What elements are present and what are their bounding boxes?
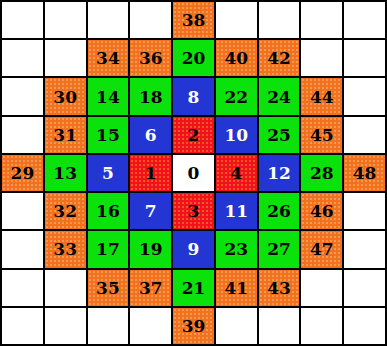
cell-r4c2-num-31: 31 xyxy=(45,117,86,153)
cell-r7c7-num-27: 27 xyxy=(259,231,300,267)
cell-r1c3-empty xyxy=(88,2,129,38)
cell-r6c9-empty xyxy=(344,193,385,229)
cell-r4c7-num-25: 25 xyxy=(259,117,300,153)
cell-r7c5-num-9: 9 xyxy=(173,231,214,267)
cell-r5c8-num-28: 28 xyxy=(301,155,342,191)
cell-r7c2-num-33: 33 xyxy=(45,231,86,267)
cell-r3c1-empty xyxy=(2,78,43,114)
cell-r8c9-empty xyxy=(344,270,385,306)
cell-r4c3-num-15: 15 xyxy=(88,117,129,153)
cell-r1c7-empty xyxy=(259,2,300,38)
cell-r5c4-num-1: 1 xyxy=(130,155,171,191)
cell-r5c3-num-5: 5 xyxy=(88,155,129,191)
cell-r1c6-empty xyxy=(216,2,257,38)
cell-r9c6-empty xyxy=(216,308,257,344)
cell-r3c6-num-22: 22 xyxy=(216,78,257,114)
cell-r5c1-num-29: 29 xyxy=(2,155,43,191)
cell-r7c1-empty xyxy=(2,231,43,267)
cell-r5c9-num-48: 48 xyxy=(344,155,385,191)
cell-r6c3-num-16: 16 xyxy=(88,193,129,229)
cell-r6c2-num-32: 32 xyxy=(45,193,86,229)
cell-r7c9-empty xyxy=(344,231,385,267)
cell-r2c9-empty xyxy=(344,40,385,76)
cell-r3c8-num-44: 44 xyxy=(301,78,342,114)
cell-r9c8-empty xyxy=(301,308,342,344)
cell-r9c9-empty xyxy=(344,308,385,344)
cell-r2c7-num-42: 42 xyxy=(259,40,300,76)
cell-r1c8-empty xyxy=(301,2,342,38)
cell-r2c2-empty xyxy=(45,40,86,76)
cell-r9c1-empty xyxy=(2,308,43,344)
cell-r8c4-num-37: 37 xyxy=(130,270,171,306)
cell-r9c5-num-39: 39 xyxy=(173,308,214,344)
cell-r8c2-empty xyxy=(45,270,86,306)
cell-r2c8-empty xyxy=(301,40,342,76)
cell-r6c7-num-26: 26 xyxy=(259,193,300,229)
cell-r9c4-empty xyxy=(130,308,171,344)
cell-r1c2-empty xyxy=(45,2,86,38)
cell-r8c7-num-43: 43 xyxy=(259,270,300,306)
cell-r4c8-num-45: 45 xyxy=(301,117,342,153)
cell-r3c4-num-18: 18 xyxy=(130,78,171,114)
cell-r2c6-num-40: 40 xyxy=(216,40,257,76)
cell-r7c4-num-19: 19 xyxy=(130,231,171,267)
cell-r5c2-num-13: 13 xyxy=(45,155,86,191)
cell-r7c8-num-47: 47 xyxy=(301,231,342,267)
cell-r8c1-empty xyxy=(2,270,43,306)
cell-r8c6-num-41: 41 xyxy=(216,270,257,306)
cell-r6c5-num-3: 3 xyxy=(173,193,214,229)
cell-r9c2-empty xyxy=(45,308,86,344)
cell-r7c3-num-17: 17 xyxy=(88,231,129,267)
cell-r4c1-empty xyxy=(2,117,43,153)
cell-r4c5-num-2: 2 xyxy=(173,117,214,153)
cell-r1c4-empty xyxy=(130,2,171,38)
cell-r2c1-empty xyxy=(2,40,43,76)
cell-r8c8-empty xyxy=(301,270,342,306)
cell-r9c7-empty xyxy=(259,308,300,344)
board-grid: 3834362040423014188222444311562102545291… xyxy=(0,0,387,346)
cell-r5c6-num-4: 4 xyxy=(216,155,257,191)
cell-r6c1-empty xyxy=(2,193,43,229)
cell-r3c5-num-8: 8 xyxy=(173,78,214,114)
cell-r2c5-num-20: 20 xyxy=(173,40,214,76)
cell-r5c5-num-0: 0 xyxy=(173,155,214,191)
cell-r3c2-num-30: 30 xyxy=(45,78,86,114)
cell-r3c7-num-24: 24 xyxy=(259,78,300,114)
cell-r3c3-num-14: 14 xyxy=(88,78,129,114)
cell-r5c7-num-12: 12 xyxy=(259,155,300,191)
cell-r2c3-num-34: 34 xyxy=(88,40,129,76)
cell-r6c6-num-11: 11 xyxy=(216,193,257,229)
cell-r1c1-empty xyxy=(2,2,43,38)
cell-r8c3-num-35: 35 xyxy=(88,270,129,306)
cell-r3c9-empty xyxy=(344,78,385,114)
cell-r4c4-num-6: 6 xyxy=(130,117,171,153)
cell-r6c8-num-46: 46 xyxy=(301,193,342,229)
cell-r9c3-empty xyxy=(88,308,129,344)
cell-r8c5-num-21: 21 xyxy=(173,270,214,306)
cell-r6c4-num-7: 7 xyxy=(130,193,171,229)
cell-r2c4-num-36: 36 xyxy=(130,40,171,76)
cell-r7c6-num-23: 23 xyxy=(216,231,257,267)
cell-r4c9-empty xyxy=(344,117,385,153)
cell-r4c6-num-10: 10 xyxy=(216,117,257,153)
cell-r1c9-empty xyxy=(344,2,385,38)
cell-r1c5-num-38: 38 xyxy=(173,2,214,38)
